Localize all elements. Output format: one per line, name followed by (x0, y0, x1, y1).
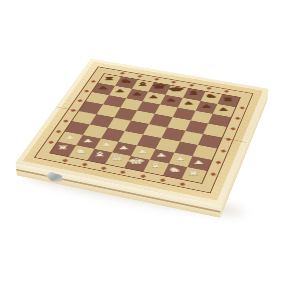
square-e2: ♟ (131, 145, 156, 160)
square-d2: ♟ (112, 142, 137, 157)
piece-black-pawn: ♟ (179, 101, 197, 105)
border-mark (189, 84, 194, 87)
square-f1: ♝ (143, 160, 168, 175)
square-c4 (107, 117, 131, 131)
piece-black-pawn: ♟ (162, 98, 180, 102)
border-mark (224, 90, 229, 93)
piece-white-pawn: ♟ (170, 156, 190, 161)
square-g1: ♞ (162, 164, 187, 180)
piece-black-pawn: ♟ (145, 95, 163, 99)
square-a1: ♜ (50, 142, 75, 157)
border-mark (56, 130, 61, 133)
piece-white-pawn: ♟ (114, 145, 134, 150)
piece-white-pawn: ♟ (189, 160, 209, 165)
piece-black-king: ♚ (167, 86, 185, 92)
square-a3 (65, 121, 90, 135)
border-mark (82, 163, 88, 166)
piece-white-knight: ♞ (71, 148, 91, 154)
border-mark (215, 161, 221, 164)
square-c2: ♟ (94, 138, 119, 152)
border-mark (206, 87, 211, 90)
border-mark (70, 109, 75, 112)
square-f3 (155, 138, 179, 152)
piece-black-pawn: ♟ (197, 104, 216, 108)
border-mark (101, 167, 107, 171)
square-h4 (198, 134, 222, 148)
product-photo-scene: ♜♞♝♛♚♝♞♜♟♟♟♟♟♟♟♟♟♟♟♟♟♟♟♟♜♞♝♛♚♝♞♜ (0, 0, 300, 300)
border-mark (137, 75, 142, 78)
border-mark (210, 172, 216, 176)
border-mark (63, 159, 69, 162)
square-h2: ♟ (187, 156, 211, 171)
border-mark (160, 178, 166, 182)
border-mark (120, 72, 125, 75)
square-b2: ♟ (76, 135, 101, 149)
border-mark (84, 89, 89, 92)
border-mark (220, 149, 226, 152)
square-d1: ♛ (106, 153, 131, 168)
square-h1: ♜ (182, 167, 207, 183)
piece-white-rook: ♜ (183, 171, 203, 177)
piece-black-pawn: ♟ (111, 89, 129, 93)
square-c3 (101, 128, 125, 142)
border-mark (239, 106, 244, 109)
piece-black-rook: ♜ (219, 97, 238, 101)
piece-white-pawn: ♟ (151, 152, 171, 157)
board-grid: ♜♞♝♛♚♝♞♜♟♟♟♟♟♟♟♟♟♟♟♟♟♟♟♟♜♞♝♛♚♝♞♜ (49, 73, 241, 184)
border-mark (140, 174, 146, 178)
square-e3 (137, 134, 161, 148)
piece-white-pawn: ♟ (96, 142, 116, 147)
square-b3 (83, 124, 107, 138)
border-mark (171, 81, 176, 84)
border-mark (230, 127, 236, 130)
square-f2: ♟ (149, 149, 174, 164)
square-g3 (174, 141, 198, 156)
piece-white-bishop: ♝ (89, 151, 109, 157)
square-c1: ♝ (87, 149, 112, 164)
chess-board: ♜♞♝♛♚♝♞♜♟♟♟♟♟♟♟♟♟♟♟♟♟♟♟♟♜♞♝♛♚♝♞♜ (16, 59, 269, 205)
square-b1: ♞ (69, 145, 94, 160)
piece-black-pawn: ♟ (128, 92, 146, 96)
piece-white-rook: ♜ (53, 145, 73, 150)
square-e1: ♚ (124, 156, 149, 171)
border-mark (48, 141, 53, 144)
border-mark (63, 119, 68, 122)
piece-black-bishop: ♝ (184, 90, 202, 95)
piece-black-bishop: ♝ (134, 81, 152, 86)
piece-white-pawn: ♟ (60, 135, 80, 139)
metal-clasp-icon (45, 171, 62, 184)
square-d3 (119, 131, 143, 145)
piece-white-pawn: ♟ (133, 149, 153, 154)
piece-black-queen: ♛ (150, 84, 168, 90)
square-g2: ♟ (168, 152, 193, 167)
square-a2: ♟ (58, 131, 83, 145)
piece-white-knight: ♞ (164, 166, 184, 172)
piece-white-king: ♚ (126, 157, 146, 165)
piece-white-bishop: ♝ (145, 162, 165, 168)
piece-black-knight: ♞ (201, 94, 219, 99)
border-mark (235, 117, 240, 120)
piece-black-knight: ♞ (117, 79, 135, 84)
square-h3 (193, 145, 217, 160)
square-d4 (125, 121, 149, 135)
border-mark (90, 80, 95, 83)
border-mark (180, 182, 186, 186)
border-mark (154, 78, 159, 81)
border-mark (120, 170, 126, 174)
square-h6 (208, 114, 231, 127)
piece-white-queen: ♛ (108, 154, 128, 161)
piece-black-pawn: ♟ (94, 86, 112, 90)
piece-black-pawn: ♟ (214, 107, 233, 111)
border-mark (77, 99, 82, 102)
piece-white-pawn: ♟ (78, 138, 98, 142)
piece-black-rook: ♜ (100, 76, 118, 80)
